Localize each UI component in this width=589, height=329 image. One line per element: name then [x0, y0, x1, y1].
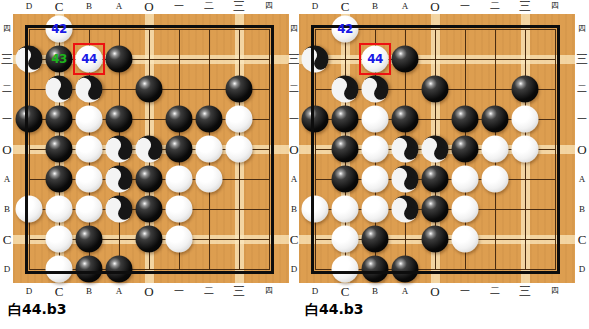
row-labels-left: 四三二一OABCD: [0, 0, 14, 329]
white-stone[interactable]: [196, 166, 223, 193]
column-label-B: B: [86, 287, 92, 296]
taiji-stone[interactable]: [100, 160, 138, 198]
column-label-B: B: [372, 287, 378, 296]
taiji-stone[interactable]: [296, 40, 334, 78]
column-label-A: A: [402, 287, 409, 296]
row-label-二: 二: [2, 84, 12, 94]
white-stone[interactable]: [46, 256, 73, 283]
column-label-B: B: [372, 2, 378, 11]
black-stone[interactable]: [422, 196, 449, 223]
black-stone[interactable]: [512, 76, 539, 103]
black-stone[interactable]: [76, 226, 103, 253]
row-label-A: A: [4, 175, 11, 184]
column-label-四: 四: [551, 287, 559, 295]
black-stone[interactable]: [106, 256, 133, 283]
move-number-43: 43: [51, 53, 67, 65]
row-label-C: C: [3, 233, 12, 246]
white-stone[interactable]: [166, 196, 193, 223]
white-stone[interactable]: [76, 136, 103, 163]
white-stone[interactable]: [76, 166, 103, 193]
black-stone[interactable]: [76, 256, 103, 283]
white-stone[interactable]: [482, 136, 509, 163]
column-label-A: A: [116, 2, 123, 11]
row-label-三: 三: [576, 53, 588, 65]
row-label-四: 四: [290, 25, 298, 33]
taiji-stone[interactable]: [10, 40, 48, 78]
column-label-二: 二: [490, 1, 500, 11]
black-stone[interactable]: [392, 46, 419, 73]
caption-right-diagram: 白44.b3: [305, 301, 364, 319]
go-board-left[interactable]: 424344: [13, 14, 289, 283]
column-label-四: 四: [551, 2, 559, 10]
taiji-stone[interactable]: [100, 130, 138, 168]
column-label-二: 二: [204, 1, 214, 11]
column-label-一: 一: [460, 1, 470, 11]
black-stone[interactable]: [166, 136, 193, 163]
column-label-D: D: [312, 2, 319, 11]
black-stone[interactable]: [362, 256, 389, 283]
row-label-B: B: [291, 205, 297, 214]
white-stone[interactable]: [166, 166, 193, 193]
column-label-C: C: [341, 0, 350, 13]
white-stone[interactable]: [226, 136, 253, 163]
black-stone[interactable]: [136, 196, 163, 223]
black-stone[interactable]: [362, 226, 389, 253]
black-stone[interactable]: [106, 46, 133, 73]
row-label-一: 一: [577, 114, 587, 124]
white-stone[interactable]: [16, 196, 43, 223]
row-label-一: 一: [289, 114, 299, 124]
white-stone[interactable]: [512, 106, 539, 133]
row-label-四: 四: [578, 25, 586, 33]
black-stone[interactable]: [106, 106, 133, 133]
white-stone[interactable]: [362, 196, 389, 223]
taiji-stone[interactable]: [386, 190, 424, 228]
taiji-stone[interactable]: [386, 160, 424, 198]
move-number-44: 44: [367, 53, 383, 65]
move-number-42: 42: [337, 23, 353, 35]
white-stone[interactable]: [362, 136, 389, 163]
column-label-二: 二: [204, 286, 214, 296]
board-grid[interactable]: 424344: [29, 29, 270, 270]
column-label-O: O: [144, 285, 153, 298]
white-stone[interactable]: [196, 136, 223, 163]
column-label-四: 四: [265, 2, 273, 10]
black-stone[interactable]: [482, 106, 509, 133]
white-stone[interactable]: [452, 196, 479, 223]
black-stone[interactable]: [392, 106, 419, 133]
column-label-三: 三: [233, 285, 245, 297]
row-label-O: O: [577, 143, 586, 156]
black-stone[interactable]: [166, 106, 193, 133]
black-stone[interactable]: [46, 136, 73, 163]
white-stone[interactable]: [482, 166, 509, 193]
black-stone[interactable]: [46, 166, 73, 193]
black-stone[interactable]: [136, 76, 163, 103]
column-label-A: A: [402, 2, 409, 11]
black-stone[interactable]: [422, 226, 449, 253]
black-stone[interactable]: [392, 256, 419, 283]
column-label-D: D: [312, 287, 319, 296]
column-label-二: 二: [490, 286, 500, 296]
column-label-O: O: [430, 285, 439, 298]
white-stone[interactable]: [46, 226, 73, 253]
board-grid[interactable]: 4244: [315, 29, 556, 270]
column-label-O: O: [144, 0, 153, 13]
row-label-二: 二: [577, 84, 587, 94]
white-stone[interactable]: [332, 196, 359, 223]
column-label-C: C: [55, 0, 64, 13]
row-labels-right: 四三二一OABCD: [575, 0, 589, 329]
black-stone[interactable]: [196, 106, 223, 133]
white-stone[interactable]: [332, 226, 359, 253]
white-stone[interactable]: [362, 166, 389, 193]
row-label-B: B: [4, 205, 10, 214]
row-label-C: C: [578, 233, 587, 246]
white-stone[interactable]: [332, 256, 359, 283]
row-label-四: 四: [3, 25, 11, 33]
black-stone[interactable]: [332, 106, 359, 133]
row-label-A: A: [291, 175, 298, 184]
row-label-B: B: [579, 205, 585, 214]
black-stone[interactable]: [226, 76, 253, 103]
taiji-stone[interactable]: [70, 70, 108, 108]
black-stone[interactable]: [136, 226, 163, 253]
column-label-C: C: [341, 285, 350, 298]
move-number-42: 42: [51, 23, 67, 35]
taiji-stone[interactable]: [326, 70, 364, 108]
black-stone[interactable]: [46, 106, 73, 133]
white-stone[interactable]: [46, 196, 73, 223]
column-label-三: 三: [233, 0, 245, 12]
column-label-四: 四: [265, 287, 273, 295]
column-label-一: 一: [460, 286, 470, 296]
row-label-D: D: [291, 265, 298, 274]
row-label-一: 一: [2, 114, 12, 124]
taiji-stone[interactable]: [416, 130, 454, 168]
move-number-44: 44: [81, 53, 97, 65]
taiji-stone[interactable]: [130, 130, 168, 168]
white-stone[interactable]: [302, 196, 329, 223]
white-stone[interactable]: [362, 106, 389, 133]
caption-left-diagram: 白44.b3: [8, 301, 67, 319]
row-label-O: O: [2, 143, 11, 156]
taiji-stone[interactable]: [40, 70, 78, 108]
white-stone[interactable]: [452, 166, 479, 193]
black-stone[interactable]: [422, 76, 449, 103]
row-label-三: 三: [1, 53, 13, 65]
go-board-right[interactable]: 4244: [299, 14, 575, 283]
column-label-B: B: [86, 2, 92, 11]
row-label-D: D: [579, 265, 586, 274]
row-label-D: D: [4, 265, 11, 274]
white-stone[interactable]: [226, 106, 253, 133]
row-label-A: A: [579, 175, 586, 184]
white-stone[interactable]: [512, 136, 539, 163]
column-label-C: C: [55, 285, 64, 298]
column-label-三: 三: [519, 285, 531, 297]
column-label-D: D: [26, 287, 33, 296]
taiji-stone[interactable]: [100, 190, 138, 228]
white-stone[interactable]: [452, 226, 479, 253]
go-diagram-page: 四三二一OABCD 424344 四三二一OABCD 4244 四三二一OABC…: [0, 0, 589, 329]
black-stone[interactable]: [422, 166, 449, 193]
column-label-一: 一: [174, 1, 184, 11]
row-label-二: 二: [289, 84, 299, 94]
black-stone[interactable]: [452, 136, 479, 163]
white-stone[interactable]: [76, 196, 103, 223]
white-stone[interactable]: [76, 106, 103, 133]
taiji-stone[interactable]: [356, 70, 394, 108]
column-label-一: 一: [174, 286, 184, 296]
black-stone[interactable]: [16, 106, 43, 133]
black-stone[interactable]: [332, 136, 359, 163]
black-stone[interactable]: [302, 106, 329, 133]
column-label-D: D: [26, 2, 33, 11]
column-label-A: A: [116, 287, 123, 296]
column-label-三: 三: [519, 0, 531, 12]
column-label-O: O: [430, 0, 439, 13]
taiji-stone[interactable]: [386, 130, 424, 168]
black-stone[interactable]: [332, 166, 359, 193]
row-label-C: C: [290, 233, 299, 246]
row-label-O: O: [289, 143, 298, 156]
white-stone[interactable]: [166, 226, 193, 253]
black-stone[interactable]: [136, 166, 163, 193]
black-stone[interactable]: [452, 106, 479, 133]
